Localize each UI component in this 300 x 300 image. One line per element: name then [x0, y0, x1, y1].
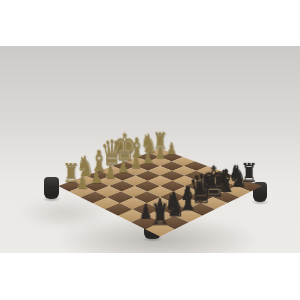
product-photo[interactable]: ♜♟♟♜♞♟♟♞♝♟♟♝♚♟♟♚♛♟♟♛♝♟♟♝♞♟♟♞♜♟♟♜	[0, 0, 300, 300]
square-d5	[147, 186, 173, 197]
wall-floor-horizon	[0, 133, 300, 142]
board-foot-left	[44, 177, 59, 199]
photo-band: ♜♟♟♜♞♟♟♞♝♟♟♝♚♟♟♚♛♟♟♛♝♟♟♝♞♟♟♞♜♟♟♜	[0, 46, 300, 253]
backdrop-wall	[0, 46, 300, 137]
